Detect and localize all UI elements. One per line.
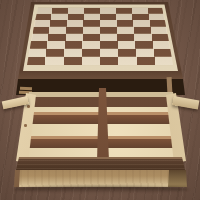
- board-square: [52, 8, 68, 14]
- board-square: [49, 27, 66, 34]
- board-rank: [35, 14, 165, 20]
- board-square: [66, 27, 83, 34]
- dowel-dot: [24, 124, 27, 127]
- board-square: [83, 20, 100, 27]
- board-square: [64, 49, 82, 57]
- board-square: [82, 57, 100, 65]
- board-square: [100, 34, 117, 41]
- board-square: [152, 34, 169, 41]
- board-square: [100, 20, 117, 27]
- board-square: [100, 14, 116, 20]
- board-square: [100, 49, 118, 57]
- board-square: [117, 34, 134, 41]
- board-rank: [28, 49, 171, 57]
- corner-joint-mark: [167, 77, 173, 94]
- board-square: [68, 14, 84, 20]
- board-square: [117, 20, 134, 27]
- board-square: [134, 27, 151, 34]
- board-square: [67, 20, 84, 27]
- board-square: [35, 14, 51, 20]
- board-square: [137, 57, 155, 65]
- board-square: [100, 27, 117, 34]
- chess-box-photo: [0, 0, 200, 200]
- board-square: [100, 57, 118, 65]
- board-square: [116, 8, 132, 14]
- board-square: [84, 14, 100, 20]
- board-square: [82, 41, 100, 49]
- board-square: [134, 34, 151, 41]
- board-square: [83, 27, 100, 34]
- board-square: [65, 41, 83, 49]
- board-square: [132, 14, 148, 20]
- board-square: [136, 49, 154, 57]
- board-square: [155, 57, 173, 65]
- board-square: [48, 34, 65, 41]
- board-square: [33, 27, 50, 34]
- board-square: [100, 41, 118, 49]
- board-square: [27, 57, 45, 65]
- board-square: [66, 34, 83, 41]
- board-square: [118, 49, 136, 57]
- dowel-dot: [27, 105, 30, 108]
- board-square: [50, 20, 67, 27]
- board-square: [153, 41, 171, 49]
- board-rank: [34, 20, 166, 27]
- board-square: [149, 14, 165, 20]
- corner-joint-mark: [20, 87, 32, 90]
- board-square: [154, 49, 172, 57]
- board-square: [116, 14, 132, 20]
- board-square: [64, 57, 82, 65]
- drawer-cast-shadow: [13, 186, 189, 193]
- board-square: [117, 27, 134, 34]
- board-square: [34, 20, 51, 27]
- board-rank: [27, 57, 173, 65]
- board-square: [118, 57, 136, 65]
- board-rank: [33, 27, 168, 34]
- board-rank: [31, 34, 169, 41]
- board-square: [148, 8, 164, 14]
- board-square: [68, 8, 84, 14]
- board-square: [47, 41, 65, 49]
- board-rank: [37, 8, 164, 14]
- board-square: [46, 49, 64, 57]
- board-square: [82, 49, 100, 57]
- chess-board: [0, 8, 200, 66]
- board-square: [37, 8, 53, 14]
- board-square: [31, 34, 48, 41]
- board-square: [45, 57, 63, 65]
- board-square: [135, 41, 153, 49]
- board-square: [133, 20, 150, 27]
- board-square: [28, 49, 46, 57]
- board-square: [83, 34, 100, 41]
- board-square: [132, 8, 148, 14]
- board-square: [100, 8, 116, 14]
- board-square: [118, 41, 136, 49]
- board-rank: [30, 41, 171, 49]
- board-square: [84, 8, 100, 14]
- board-square: [51, 14, 67, 20]
- board-square: [30, 41, 48, 49]
- board-square: [151, 27, 168, 34]
- board-square: [150, 20, 167, 27]
